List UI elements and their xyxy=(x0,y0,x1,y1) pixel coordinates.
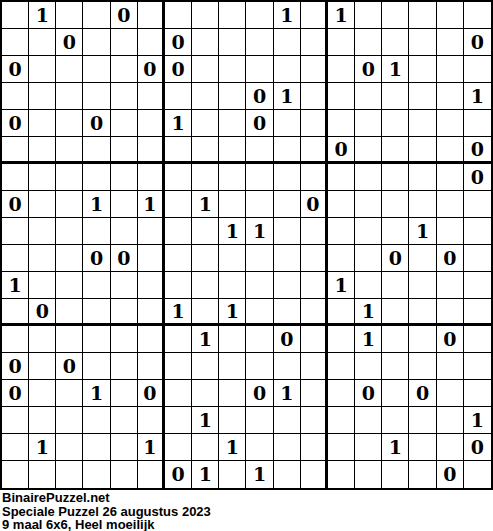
cell-r10c11[interactable] xyxy=(274,245,301,272)
cell-r16c3[interactable] xyxy=(56,407,83,434)
cell-r13c18[interactable] xyxy=(464,326,491,353)
cell-r2c11[interactable] xyxy=(274,29,301,56)
cell-r2c16[interactable] xyxy=(409,29,436,56)
cell-r10c18[interactable] xyxy=(464,245,491,272)
cell-r16c16[interactable] xyxy=(409,407,436,434)
cell-r7c17[interactable] xyxy=(437,164,464,191)
cell-r2c9[interactable] xyxy=(219,29,246,56)
cell-r8c8: 1 xyxy=(192,191,219,218)
cell-r16c2[interactable] xyxy=(29,407,56,434)
cell-r16c18: 1 xyxy=(464,407,491,434)
cell-r1c12[interactable] xyxy=(301,2,328,29)
cell-r14c14[interactable] xyxy=(355,353,382,380)
cell-r12c5[interactable] xyxy=(111,299,138,326)
cell-r10c3[interactable] xyxy=(56,245,83,272)
cell-r8c14[interactable] xyxy=(355,191,382,218)
cell-r8c18[interactable] xyxy=(464,191,491,218)
cell-r14c7[interactable] xyxy=(165,353,192,380)
cell-r12c18[interactable] xyxy=(464,299,491,326)
cell-r12c12[interactable] xyxy=(301,299,328,326)
cell-r4c4[interactable] xyxy=(83,83,110,110)
cell-r8c3[interactable] xyxy=(56,191,83,218)
cell-r14c8[interactable] xyxy=(192,353,219,380)
cell-r17c6: 1 xyxy=(138,434,165,461)
cell-r15c16: 0 xyxy=(409,380,436,407)
cell-r14c6[interactable] xyxy=(138,353,165,380)
cell-r14c18[interactable] xyxy=(464,353,491,380)
cell-r3c9[interactable] xyxy=(219,56,246,83)
cell-r11c17[interactable] xyxy=(437,272,464,299)
cell-r1c11: 1 xyxy=(274,2,301,29)
cell-r5c7: 1 xyxy=(165,110,192,137)
cell-r2c3: 0 xyxy=(56,29,83,56)
cell-r17c13[interactable] xyxy=(328,434,355,461)
cell-r7c9[interactable] xyxy=(219,164,246,191)
cell-r14c4[interactable] xyxy=(83,353,110,380)
cell-r10c12[interactable] xyxy=(301,245,328,272)
cell-r18c18[interactable] xyxy=(464,461,491,488)
cell-r7c10[interactable] xyxy=(246,164,273,191)
cell-r5c4: 0 xyxy=(83,110,110,137)
cell-r13c3[interactable] xyxy=(56,326,83,353)
cell-r1c18[interactable] xyxy=(464,2,491,29)
cell-r5c16[interactable] xyxy=(409,110,436,137)
cell-r8c11[interactable] xyxy=(274,191,301,218)
cell-r8c5[interactable] xyxy=(111,191,138,218)
cell-r8c9[interactable] xyxy=(219,191,246,218)
cell-r15c15[interactable] xyxy=(382,380,409,407)
cell-r17c16[interactable] xyxy=(409,434,436,461)
cell-r14c15[interactable] xyxy=(382,353,409,380)
cell-r16c6[interactable] xyxy=(138,407,165,434)
cell-r10c5: 0 xyxy=(111,245,138,272)
cell-r11c9[interactable] xyxy=(219,272,246,299)
cell-r16c1[interactable] xyxy=(2,407,29,434)
cell-r11c12[interactable] xyxy=(301,272,328,299)
cell-r11c14[interactable] xyxy=(355,272,382,299)
cell-r7c4[interactable] xyxy=(83,164,110,191)
cell-r17c5[interactable] xyxy=(111,434,138,461)
cell-r1c1[interactable] xyxy=(2,2,29,29)
cell-r10c14[interactable] xyxy=(355,245,382,272)
cell-r13c16[interactable] xyxy=(409,326,436,353)
cell-r16c14[interactable] xyxy=(355,407,382,434)
cell-r12c14: 1 xyxy=(355,299,382,326)
cell-r7c5[interactable] xyxy=(111,164,138,191)
cell-r1c9[interactable] xyxy=(219,2,246,29)
cell-r15c1: 0 xyxy=(2,380,29,407)
cell-r15c17[interactable] xyxy=(437,380,464,407)
cell-r7c18: 0 xyxy=(464,164,491,191)
cell-r8c15[interactable] xyxy=(382,191,409,218)
cell-r3c15: 1 xyxy=(382,56,409,83)
cell-r2c8[interactable] xyxy=(192,29,219,56)
cell-r6c12[interactable] xyxy=(301,137,328,164)
cell-r11c3[interactable] xyxy=(56,272,83,299)
cell-r5c8[interactable] xyxy=(192,110,219,137)
cell-r7c12[interactable] xyxy=(301,164,328,191)
cell-r17c17[interactable] xyxy=(437,434,464,461)
cell-r5c15[interactable] xyxy=(382,110,409,137)
cell-r3c11[interactable] xyxy=(274,56,301,83)
cell-r15c9[interactable] xyxy=(219,380,246,407)
cell-r4c8[interactable] xyxy=(192,83,219,110)
cell-r13c6[interactable] xyxy=(138,326,165,353)
cell-r11c18[interactable] xyxy=(464,272,491,299)
cell-r16c11[interactable] xyxy=(274,407,301,434)
cell-r13c4[interactable] xyxy=(83,326,110,353)
cell-r2c4[interactable] xyxy=(83,29,110,56)
cell-r18c15[interactable] xyxy=(382,461,409,488)
cell-r1c7[interactable] xyxy=(165,2,192,29)
cell-r6c7[interactable] xyxy=(165,137,192,164)
cell-r17c7[interactable] xyxy=(165,434,192,461)
cell-r16c5[interactable] xyxy=(111,407,138,434)
cell-r12c13[interactable] xyxy=(328,299,355,326)
cell-r12c1[interactable] xyxy=(2,299,29,326)
cell-r4c14[interactable] xyxy=(355,83,382,110)
cell-r5c5[interactable] xyxy=(111,110,138,137)
cell-r18c2[interactable] xyxy=(29,461,56,488)
cell-r2c15[interactable] xyxy=(382,29,409,56)
cell-r9c11[interactable] xyxy=(274,218,301,245)
cell-r4c13[interactable] xyxy=(328,83,355,110)
cell-r17c4[interactable] xyxy=(83,434,110,461)
cell-r14c9[interactable] xyxy=(219,353,246,380)
cell-r7c16[interactable] xyxy=(409,164,436,191)
cell-r11c8[interactable] xyxy=(192,272,219,299)
cell-r1c15[interactable] xyxy=(382,2,409,29)
cell-r1c3[interactable] xyxy=(56,2,83,29)
cell-r13c12[interactable] xyxy=(301,326,328,353)
cell-r3c7: 0 xyxy=(165,56,192,83)
cell-r6c16[interactable] xyxy=(409,137,436,164)
cell-r17c12[interactable] xyxy=(301,434,328,461)
cell-r15c11: 1 xyxy=(274,380,301,407)
cell-r2c1[interactable] xyxy=(2,29,29,56)
cell-r3c4[interactable] xyxy=(83,56,110,83)
cell-r8c2[interactable] xyxy=(29,191,56,218)
cell-r18c16[interactable] xyxy=(409,461,436,488)
cell-r8c16[interactable] xyxy=(409,191,436,218)
cell-r8c17[interactable] xyxy=(437,191,464,218)
cell-r9c4[interactable] xyxy=(83,218,110,245)
footer: BinairePuzzel.net Speciale Puzzel 26 aug… xyxy=(0,490,493,531)
cell-r2c14[interactable] xyxy=(355,29,382,56)
cell-r12c6[interactable] xyxy=(138,299,165,326)
cell-r9c5[interactable] xyxy=(111,218,138,245)
cell-r17c14[interactable] xyxy=(355,434,382,461)
cell-r13c8: 1 xyxy=(192,326,219,353)
site-name: BinairePuzzel.net xyxy=(2,491,493,505)
cell-r2c13[interactable] xyxy=(328,29,355,56)
cell-r16c12[interactable] xyxy=(301,407,328,434)
cell-r4c3[interactable] xyxy=(56,83,83,110)
cell-r13c17: 0 xyxy=(437,326,464,353)
cell-r11c5[interactable] xyxy=(111,272,138,299)
cell-r14c17[interactable] xyxy=(437,353,464,380)
cell-r14c11[interactable] xyxy=(274,353,301,380)
cell-r6c15[interactable] xyxy=(382,137,409,164)
cell-r14c13[interactable] xyxy=(328,353,355,380)
cell-r15c18[interactable] xyxy=(464,380,491,407)
cell-r6c10[interactable] xyxy=(246,137,273,164)
cell-r18c17: 0 xyxy=(437,461,464,488)
cell-r2c12[interactable] xyxy=(301,29,328,56)
cell-r9c7[interactable] xyxy=(165,218,192,245)
cell-r10c7[interactable] xyxy=(165,245,192,272)
cell-r9c14[interactable] xyxy=(355,218,382,245)
cell-r3c12[interactable] xyxy=(301,56,328,83)
cell-r5c2[interactable] xyxy=(29,110,56,137)
cell-r4c18: 1 xyxy=(464,83,491,110)
cell-r14c1: 0 xyxy=(2,353,29,380)
cell-r10c1[interactable] xyxy=(2,245,29,272)
cell-r6c1[interactable] xyxy=(2,137,29,164)
cell-r1c16[interactable] xyxy=(409,2,436,29)
cell-r9c10: 1 xyxy=(246,218,273,245)
cell-r4c2[interactable] xyxy=(29,83,56,110)
cell-r18c3[interactable] xyxy=(56,461,83,488)
cell-r7c8[interactable] xyxy=(192,164,219,191)
cell-r3c8[interactable] xyxy=(192,56,219,83)
cell-r4c1[interactable] xyxy=(2,83,29,110)
cell-r13c9[interactable] xyxy=(219,326,246,353)
cell-r16c7[interactable] xyxy=(165,407,192,434)
cell-r10c16[interactable] xyxy=(409,245,436,272)
cell-r10c9[interactable] xyxy=(219,245,246,272)
cell-r5c1: 0 xyxy=(2,110,29,137)
cell-r17c11[interactable] xyxy=(274,434,301,461)
cell-r3c2[interactable] xyxy=(29,56,56,83)
cell-r10c8[interactable] xyxy=(192,245,219,272)
cell-r4c9[interactable] xyxy=(219,83,246,110)
cell-r15c12[interactable] xyxy=(301,380,328,407)
cell-r2c10[interactable] xyxy=(246,29,273,56)
cell-r3c16[interactable] xyxy=(409,56,436,83)
cell-r8c13[interactable] xyxy=(328,191,355,218)
cell-r15c5[interactable] xyxy=(111,380,138,407)
cell-r18c6[interactable] xyxy=(138,461,165,488)
cell-r7c3[interactable] xyxy=(56,164,83,191)
cell-r16c8: 1 xyxy=(192,407,219,434)
cell-r16c10[interactable] xyxy=(246,407,273,434)
cell-r15c8[interactable] xyxy=(192,380,219,407)
cell-r6c8[interactable] xyxy=(192,137,219,164)
cell-r5c3[interactable] xyxy=(56,110,83,137)
cell-r11c16[interactable] xyxy=(409,272,436,299)
cell-r18c13[interactable] xyxy=(328,461,355,488)
cell-r12c15[interactable] xyxy=(382,299,409,326)
cell-r12c2: 0 xyxy=(29,299,56,326)
cell-r6c4[interactable] xyxy=(83,137,110,164)
cell-r13c5[interactable] xyxy=(111,326,138,353)
cell-r8c7[interactable] xyxy=(165,191,192,218)
cell-r6c6[interactable] xyxy=(138,137,165,164)
cell-r13c2[interactable] xyxy=(29,326,56,353)
cell-r11c15[interactable] xyxy=(382,272,409,299)
cell-r13c7[interactable] xyxy=(165,326,192,353)
cell-r3c5[interactable] xyxy=(111,56,138,83)
puzzle-subtitle: Speciale Puzzel 26 augustus 2023 xyxy=(2,505,493,519)
cell-r3c1: 0 xyxy=(2,56,29,83)
cell-r10c13[interactable] xyxy=(328,245,355,272)
cell-r13c14: 1 xyxy=(355,326,382,353)
cell-r3c3[interactable] xyxy=(56,56,83,83)
cell-r8c10[interactable] xyxy=(246,191,273,218)
cell-r17c9: 1 xyxy=(219,434,246,461)
cell-r9c12[interactable] xyxy=(301,218,328,245)
cell-r10c2[interactable] xyxy=(29,245,56,272)
cell-r5c14[interactable] xyxy=(355,110,382,137)
cell-r13c10[interactable] xyxy=(246,326,273,353)
cell-r10c10[interactable] xyxy=(246,245,273,272)
cell-r9c2[interactable] xyxy=(29,218,56,245)
cell-r9c6[interactable] xyxy=(138,218,165,245)
cell-r5c9[interactable] xyxy=(219,110,246,137)
cell-r9c17[interactable] xyxy=(437,218,464,245)
cell-r18c11[interactable] xyxy=(274,461,301,488)
cell-r4c12[interactable] xyxy=(301,83,328,110)
cell-r11c7[interactable] xyxy=(165,272,192,299)
cell-r9c18[interactable] xyxy=(464,218,491,245)
cell-r13c1[interactable] xyxy=(2,326,29,353)
cell-r17c3[interactable] xyxy=(56,434,83,461)
cell-r7c13[interactable] xyxy=(328,164,355,191)
cell-r1c14[interactable] xyxy=(355,2,382,29)
cell-r1c2: 1 xyxy=(29,2,56,29)
cell-r15c3[interactable] xyxy=(56,380,83,407)
cell-r2c6[interactable] xyxy=(138,29,165,56)
cell-r12c11[interactable] xyxy=(274,299,301,326)
cell-r13c15[interactable] xyxy=(382,326,409,353)
cell-r9c8[interactable] xyxy=(192,218,219,245)
cell-r5c6[interactable] xyxy=(138,110,165,137)
cell-r9c13[interactable] xyxy=(328,218,355,245)
cell-r4c17[interactable] xyxy=(437,83,464,110)
cell-r14c10[interactable] xyxy=(246,353,273,380)
cell-r12c16[interactable] xyxy=(409,299,436,326)
cell-r4c15[interactable] xyxy=(382,83,409,110)
cell-r3c17[interactable] xyxy=(437,56,464,83)
cell-r7c2[interactable] xyxy=(29,164,56,191)
cell-r4c6[interactable] xyxy=(138,83,165,110)
cell-r10c6[interactable] xyxy=(138,245,165,272)
cell-r18c14[interactable] xyxy=(355,461,382,488)
cell-r6c18: 0 xyxy=(464,137,491,164)
cell-r5c13[interactable] xyxy=(328,110,355,137)
cell-r13c13[interactable] xyxy=(328,326,355,353)
cell-r2c2[interactable] xyxy=(29,29,56,56)
cell-r17c10[interactable] xyxy=(246,434,273,461)
cell-r16c15[interactable] xyxy=(382,407,409,434)
cell-r17c8[interactable] xyxy=(192,434,219,461)
cell-r7c6[interactable] xyxy=(138,164,165,191)
cell-r18c1[interactable] xyxy=(2,461,29,488)
cell-r1c10[interactable] xyxy=(246,2,273,29)
cell-r11c6[interactable] xyxy=(138,272,165,299)
cell-r15c7[interactable] xyxy=(165,380,192,407)
cell-r4c16[interactable] xyxy=(409,83,436,110)
cell-r6c14[interactable] xyxy=(355,137,382,164)
cell-r18c4[interactable] xyxy=(83,461,110,488)
cell-r17c15: 1 xyxy=(382,434,409,461)
cell-r3c13[interactable] xyxy=(328,56,355,83)
cell-r16c17[interactable] xyxy=(437,407,464,434)
cell-r11c2[interactable] xyxy=(29,272,56,299)
cell-r16c9[interactable] xyxy=(219,407,246,434)
cell-r2c5[interactable] xyxy=(111,29,138,56)
cell-r18c5[interactable] xyxy=(111,461,138,488)
cell-r7c1[interactable] xyxy=(2,164,29,191)
cell-r4c5[interactable] xyxy=(111,83,138,110)
cell-r12c17[interactable] xyxy=(437,299,464,326)
cell-r7c11[interactable] xyxy=(274,164,301,191)
cell-r9c3[interactable] xyxy=(56,218,83,245)
cell-r7c14[interactable] xyxy=(355,164,382,191)
cell-r7c15[interactable] xyxy=(382,164,409,191)
cell-r6c17[interactable] xyxy=(437,137,464,164)
cell-r15c6: 0 xyxy=(138,380,165,407)
cell-r1c6[interactable] xyxy=(138,2,165,29)
cell-r7c7[interactable] xyxy=(165,164,192,191)
cell-r12c10[interactable] xyxy=(246,299,273,326)
cell-r15c13[interactable] xyxy=(328,380,355,407)
cell-r6c5[interactable] xyxy=(111,137,138,164)
cell-r11c11[interactable] xyxy=(274,272,301,299)
cell-r18c12[interactable] xyxy=(301,461,328,488)
cell-r6c3[interactable] xyxy=(56,137,83,164)
cell-r12c4[interactable] xyxy=(83,299,110,326)
cell-r1c17[interactable] xyxy=(437,2,464,29)
cell-r16c13[interactable] xyxy=(328,407,355,434)
cell-r9c15[interactable] xyxy=(382,218,409,245)
cell-r14c3: 0 xyxy=(56,353,83,380)
cell-r12c8[interactable] xyxy=(192,299,219,326)
cell-r1c8[interactable] xyxy=(192,2,219,29)
cell-r3c18[interactable] xyxy=(464,56,491,83)
cell-r12c9: 1 xyxy=(219,299,246,326)
cell-r11c4[interactable] xyxy=(83,272,110,299)
cell-r6c9[interactable] xyxy=(219,137,246,164)
cell-r8c6: 1 xyxy=(138,191,165,218)
cell-r18c9[interactable] xyxy=(219,461,246,488)
cell-r15c2[interactable] xyxy=(29,380,56,407)
cell-r17c1[interactable] xyxy=(2,434,29,461)
cell-r1c4[interactable] xyxy=(83,2,110,29)
cell-r14c12[interactable] xyxy=(301,353,328,380)
cell-r15c4: 1 xyxy=(83,380,110,407)
cell-r6c2[interactable] xyxy=(29,137,56,164)
cell-r16c4[interactable] xyxy=(83,407,110,434)
cell-r4c7[interactable] xyxy=(165,83,192,110)
cell-r5c11[interactable] xyxy=(274,110,301,137)
cell-r9c1[interactable] xyxy=(2,218,29,245)
cell-r14c16[interactable] xyxy=(409,353,436,380)
cell-r15c14: 0 xyxy=(355,380,382,407)
cell-r5c17[interactable] xyxy=(437,110,464,137)
cell-r9c9: 1 xyxy=(219,218,246,245)
cell-r11c10[interactable] xyxy=(246,272,273,299)
cell-r6c11[interactable] xyxy=(274,137,301,164)
cell-r2c17[interactable] xyxy=(437,29,464,56)
cell-r14c5[interactable] xyxy=(111,353,138,380)
cell-r12c3[interactable] xyxy=(56,299,83,326)
cell-r3c10[interactable] xyxy=(246,56,273,83)
cell-r5c12[interactable] xyxy=(301,110,328,137)
cell-r5c18[interactable] xyxy=(464,110,491,137)
cell-r14c2[interactable] xyxy=(29,353,56,380)
